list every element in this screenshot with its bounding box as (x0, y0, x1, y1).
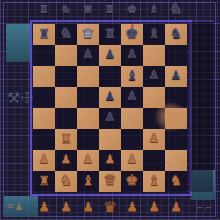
piece-white-bishop-f1[interactable]: ♝ (143, 170, 165, 191)
square-g2[interactable] (165, 150, 187, 171)
piece-black-pawn-f6[interactable]: ♟ (143, 65, 165, 86)
square-d8[interactable]: ♜ (99, 24, 121, 45)
square-e1[interactable]: ♚ (121, 171, 143, 192)
piece-black-knight-g8[interactable]: ♞ (165, 23, 187, 44)
tray-piece-icon-0: ♟ (33, 196, 55, 218)
square-a7[interactable] (33, 45, 55, 66)
square-c4[interactable] (77, 108, 99, 129)
square-e3[interactable] (121, 129, 143, 150)
square-a1[interactable]: ♜ (33, 171, 55, 192)
bottom-left-decor-marks: ≡▲ (7, 201, 23, 211)
square-b1[interactable]: ♞ (55, 171, 77, 192)
square-d6[interactable] (99, 66, 121, 87)
piece-white-pawn-d2[interactable]: ♟ (99, 149, 121, 170)
square-a4[interactable] (33, 108, 55, 129)
square-a3[interactable] (33, 129, 55, 150)
square-e6[interactable]: ♝ (121, 66, 143, 87)
square-g8[interactable]: ♞ (165, 24, 187, 45)
piece-white-knight-b1[interactable]: ♞ (55, 170, 77, 191)
square-e8[interactable]: ♚ (121, 24, 143, 45)
front-orange-piece-row: ♟♟♟♛♟♟♟ (33, 196, 187, 218)
left-emblem-icon: ⚒☩ (7, 86, 31, 136)
piece-white-king-e1[interactable]: ♚ (121, 170, 143, 191)
piece-black-pawn-d4[interactable]: ♟ (99, 107, 121, 128)
tray-piece-icon-1: ♟ (55, 196, 77, 218)
tray-piece-icon-5: ♟ (143, 196, 165, 218)
piece-top-icon-4: ♚ (121, 0, 143, 20)
piece-white-pawn-a2[interactable]: ♟ (33, 149, 55, 170)
piece-black-pawn-g6[interactable]: ♟ (165, 65, 187, 86)
piece-top-icon-5: ♝ (143, 0, 165, 20)
square-d2[interactable]: ♟ (99, 150, 121, 171)
square-b3[interactable]: ♜ (55, 129, 77, 150)
piece-white-pawn-f3[interactable]: ♟ (143, 128, 165, 149)
piece-white-pawn-c2[interactable]: ♟ (77, 149, 99, 170)
piece-top-icon-2: ♛ (77, 0, 99, 20)
square-a6[interactable] (33, 66, 55, 87)
square-f7[interactable] (143, 45, 165, 66)
square-f2[interactable] (143, 150, 165, 171)
chess-game-screen: ⚒☩ ≡▲ ⌐⌐ ♜♞♛♜♚♝♞♟♟♟♝♟♟♟♟♟♜♟♟♟♟♟♟♜♞♝♛♚♝♞ … (0, 0, 220, 220)
black-back-rank-piece-tops: ♜♞♛♜♚♝♞ (33, 0, 187, 20)
square-e2[interactable]: ♟ (121, 150, 143, 171)
square-a8[interactable]: ♜ (33, 24, 55, 45)
piece-black-bishop-f8[interactable]: ♝ (143, 23, 165, 44)
square-c2[interactable]: ♟ (77, 150, 99, 171)
piece-white-pawn-e2[interactable]: ♟ (121, 149, 143, 170)
square-b2[interactable]: ♟ (55, 150, 77, 171)
square-d5[interactable]: ♟ (99, 87, 121, 108)
square-f6[interactable]: ♟ (143, 66, 165, 87)
square-b7[interactable] (55, 45, 77, 66)
tray-piece-icon-4: ♟ (121, 196, 143, 218)
square-g6[interactable]: ♟ (165, 66, 187, 87)
square-a5[interactable] (33, 87, 55, 108)
piece-white-queen-d1[interactable]: ♛ (99, 170, 121, 191)
piece-white-rook-a1[interactable]: ♜ (33, 170, 55, 191)
square-d7[interactable]: ♟ (99, 45, 121, 66)
piece-black-pawn-c7[interactable]: ♟ (77, 44, 99, 65)
square-d3[interactable] (99, 129, 121, 150)
square-b8[interactable]: ♞ (55, 24, 77, 45)
piece-top-icon-1: ♞ (55, 0, 77, 20)
square-c7[interactable]: ♟ (77, 45, 99, 66)
square-g1[interactable]: ♞ (165, 171, 187, 192)
tray-piece-icon-2: ♟ (77, 196, 99, 218)
piece-black-king-e8[interactable]: ♚ (121, 23, 143, 44)
square-g7[interactable] (165, 45, 187, 66)
square-d1[interactable]: ♛ (99, 171, 121, 192)
square-c1[interactable]: ♝ (77, 171, 99, 192)
square-b6[interactable] (55, 66, 77, 87)
square-f3[interactable]: ♟ (143, 129, 165, 150)
piece-white-knight-g1[interactable]: ♞ (165, 170, 187, 191)
square-c6[interactable] (77, 66, 99, 87)
h-file-shadow-strip (190, 22, 213, 192)
piece-black-knight-b8[interactable]: ♞ (55, 23, 77, 44)
piece-black-bishop-e6[interactable]: ♝ (121, 65, 143, 86)
tray-piece-icon-3: ♛ (99, 196, 121, 218)
square-c5[interactable] (77, 87, 99, 108)
piece-black-pawn-d7[interactable]: ♟ (99, 44, 121, 65)
piece-black-pawn-e7[interactable]: ♟ (121, 44, 143, 65)
square-a2[interactable]: ♟ (33, 150, 55, 171)
square-c3[interactable] (77, 129, 99, 150)
square-e5[interactable]: ♟ (121, 87, 143, 108)
piece-top-icon-3: ♜ (99, 0, 121, 20)
piece-black-rook-d8[interactable]: ♜ (99, 23, 121, 44)
square-b4[interactable] (55, 108, 77, 129)
square-f8[interactable]: ♝ (143, 24, 165, 45)
square-f1[interactable]: ♝ (143, 171, 165, 192)
piece-white-bishop-c1[interactable]: ♝ (77, 170, 99, 191)
square-e7[interactable]: ♟ (121, 45, 143, 66)
piece-black-queen-c8[interactable]: ♛ (77, 23, 99, 44)
tan-smudge-artifact (156, 103, 188, 133)
piece-top-icon-6: ♞ (165, 0, 187, 20)
piece-top-icon-0: ♜ (33, 0, 55, 20)
piece-black-pawn-d5[interactable]: ♟ (99, 86, 121, 107)
tray-piece-icon-6: ♟ (165, 196, 187, 218)
left-top-teal-panel (6, 24, 30, 62)
bottom-right-decor-marks: ⌐⌐ (196, 203, 213, 213)
square-e4[interactable] (121, 108, 143, 129)
square-b5[interactable] (55, 87, 77, 108)
piece-white-pawn-b2[interactable]: ♟ (55, 149, 77, 170)
square-d4[interactable]: ♟ (99, 108, 121, 129)
piece-black-pawn-e5[interactable]: ♟ (121, 86, 143, 107)
square-c8[interactable]: ♛ (77, 24, 99, 45)
piece-white-rook-b3[interactable]: ♜ (55, 128, 77, 149)
piece-black-rook-a8[interactable]: ♜ (33, 23, 55, 44)
